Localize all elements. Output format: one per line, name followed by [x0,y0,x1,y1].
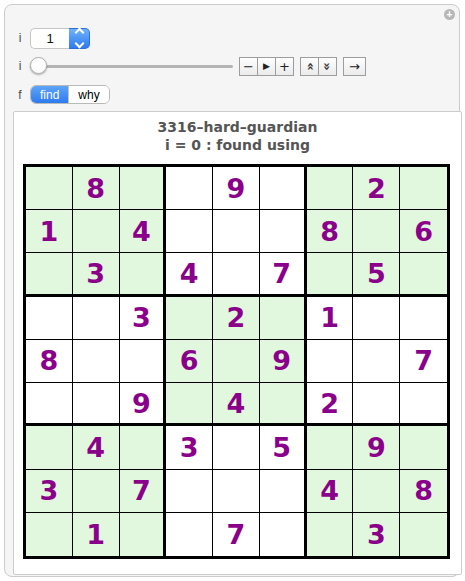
sudoku-cell-r5c2 [73,340,120,383]
sudoku-cell-r4c3: 3 [120,297,167,340]
sudoku-cell-r7c9 [400,426,447,469]
direction-button-group: → [343,57,366,76]
find-why-setter-bar: findwhy [30,85,110,104]
step-forward-button[interactable]: + [275,57,294,76]
sudoku-cell-r8c2 [73,470,120,513]
sudoku-cell-r6c9 [400,383,447,426]
minus-icon: − [243,59,254,74]
sudoku-cell-r6c6 [260,383,307,426]
sudoku-cell-r1c5: 9 [213,167,260,210]
sudoku-cell-r2c7: 8 [307,210,354,253]
slider-thumb[interactable] [30,57,47,74]
sudoku-cell-r5c1: 8 [26,340,73,383]
double-chevron-up-icon: » [302,62,317,70]
status-line: i = 0 : found using [14,137,461,153]
stepper-variable-label: i [15,31,25,45]
sudoku-cell-r2c8 [353,210,400,253]
sudoku-cell-r2c5 [213,210,260,253]
sudoku-cell-r2c3: 4 [120,210,167,253]
sudoku-cell-r2c6 [260,210,307,253]
sudoku-cell-r1c9 [400,167,447,210]
sudoku-cell-r8c1: 3 [26,470,73,513]
speed-button-group: » » [300,57,337,76]
sudoku-cell-r3c7 [307,253,354,296]
sudoku-cell-r9c3 [120,513,167,556]
sudoku-cell-r5c6: 9 [260,340,307,383]
sudoku-cell-r7c6: 5 [260,426,307,469]
sudoku-cell-r3c4: 4 [166,253,213,296]
sudoku-cell-r4c8 [353,297,400,340]
sudoku-cell-r8c4 [166,470,213,513]
double-chevron-down-icon: » [320,62,335,70]
sudoku-cell-r7c7 [307,426,354,469]
sudoku-cell-r9c4 [166,513,213,556]
sudoku-cell-r5c8 [353,340,400,383]
output-display-frame: 3316–hard–guardian i = 0 : found using 8… [13,111,462,575]
play-button[interactable]: ▶ [257,57,276,76]
direction-button[interactable]: → [343,57,366,76]
right-arrow-icon: → [349,59,360,74]
sudoku-cell-r7c5 [213,426,260,469]
sudoku-cell-r8c3: 7 [120,470,167,513]
sudoku-cell-r1c2: 8 [73,167,120,210]
sudoku-cell-r6c5: 4 [213,383,260,426]
sudoku-cell-r6c7: 2 [307,383,354,426]
stepper-value-field[interactable]: 1 [30,28,69,49]
sudoku-cell-r5c4: 6 [166,340,213,383]
toggle-row: f findwhy [15,85,110,104]
stepper-row: i 1 [15,27,90,49]
sudoku-cell-r8c6 [260,470,307,513]
sudoku-cell-r7c4: 3 [166,426,213,469]
toggle-option-find[interactable]: find [31,86,68,103]
sudoku-cell-r6c2 [73,383,120,426]
puzzle-title: 3316–hard–guardian [14,119,461,135]
sudoku-cell-r1c6 [260,167,307,210]
sudoku-cell-r5c9: 7 [400,340,447,383]
sudoku-cell-r3c3 [120,253,167,296]
sudoku-cell-r2c1: 1 [26,210,73,253]
plus-icon: + [447,9,453,20]
plus-step-icon: + [279,59,290,74]
toggle-variable-label: f [15,88,25,102]
i-slider[interactable] [30,56,233,76]
sudoku-cell-r6c8 [353,383,400,426]
sudoku-cell-r1c4 [166,167,213,210]
sudoku-cell-r5c3 [120,340,167,383]
slider-row: i − ▶ + » » → [15,56,461,76]
sudoku-cell-r9c1 [26,513,73,556]
sudoku-cell-r6c3: 9 [120,383,167,426]
sudoku-cell-r9c2: 1 [73,513,120,556]
sudoku-cell-r3c9 [400,253,447,296]
slider-track[interactable] [30,65,233,68]
play-icon: ▶ [263,61,270,71]
sudoku-cell-r1c3 [120,167,167,210]
stepper-up-down-control[interactable] [69,28,90,49]
sudoku-cell-r9c5: 7 [213,513,260,556]
sudoku-cell-r9c9 [400,513,447,556]
sudoku-cell-r1c1 [26,167,73,210]
sudoku-cell-r4c5: 2 [213,297,260,340]
sudoku-cell-r3c5 [213,253,260,296]
sudoku-cell-r3c8: 5 [353,253,400,296]
sudoku-cell-r7c3 [120,426,167,469]
step-backward-button[interactable]: − [239,57,258,76]
sudoku-board: 89214863475321869794243593748173 [23,164,450,559]
sudoku-cell-r9c8: 3 [353,513,400,556]
sudoku-cell-r7c1 [26,426,73,469]
manipulate-panel: + i 1 i − ▶ + » » → f fin [4,4,460,577]
sudoku-cell-r8c9: 8 [400,470,447,513]
faster-button[interactable]: » [300,57,319,76]
sudoku-cell-r2c9: 6 [400,210,447,253]
sudoku-cell-r9c7 [307,513,354,556]
slider-variable-label: i [15,59,25,73]
manipulate-menu-button[interactable]: + [444,9,455,20]
sudoku-cell-r4c2 [73,297,120,340]
sudoku-cell-r6c4 [166,383,213,426]
slower-button[interactable]: » [318,57,337,76]
chevron-up-icon [74,28,84,38]
sudoku-cell-r7c2: 4 [73,426,120,469]
sudoku-cell-r7c8: 9 [353,426,400,469]
sudoku-cell-r5c5 [213,340,260,383]
toggle-option-why[interactable]: why [68,86,108,103]
sudoku-cell-r6c1 [26,383,73,426]
sudoku-cell-r1c7 [307,167,354,210]
sudoku-cell-r4c1 [26,297,73,340]
sudoku-cell-r8c8 [353,470,400,513]
i-input-stepper[interactable]: 1 [30,28,90,49]
sudoku-cell-r2c2 [73,210,120,253]
sudoku-cell-r3c2: 3 [73,253,120,296]
sudoku-cell-r4c6 [260,297,307,340]
sudoku-cell-r4c9 [400,297,447,340]
sudoku-cell-r3c1 [26,253,73,296]
sudoku-cell-r8c7: 4 [307,470,354,513]
sudoku-cell-r4c7: 1 [307,297,354,340]
sudoku-cell-r4c4 [166,297,213,340]
sudoku-cell-r3c6: 7 [260,253,307,296]
sudoku-cell-r2c4 [166,210,213,253]
chevron-down-icon [74,39,84,49]
step-button-group: − ▶ + [239,57,294,76]
sudoku-cell-r9c6 [260,513,307,556]
sudoku-cell-r1c8: 2 [353,167,400,210]
sudoku-cell-r5c7 [307,340,354,383]
sudoku-cell-r8c5 [213,470,260,513]
